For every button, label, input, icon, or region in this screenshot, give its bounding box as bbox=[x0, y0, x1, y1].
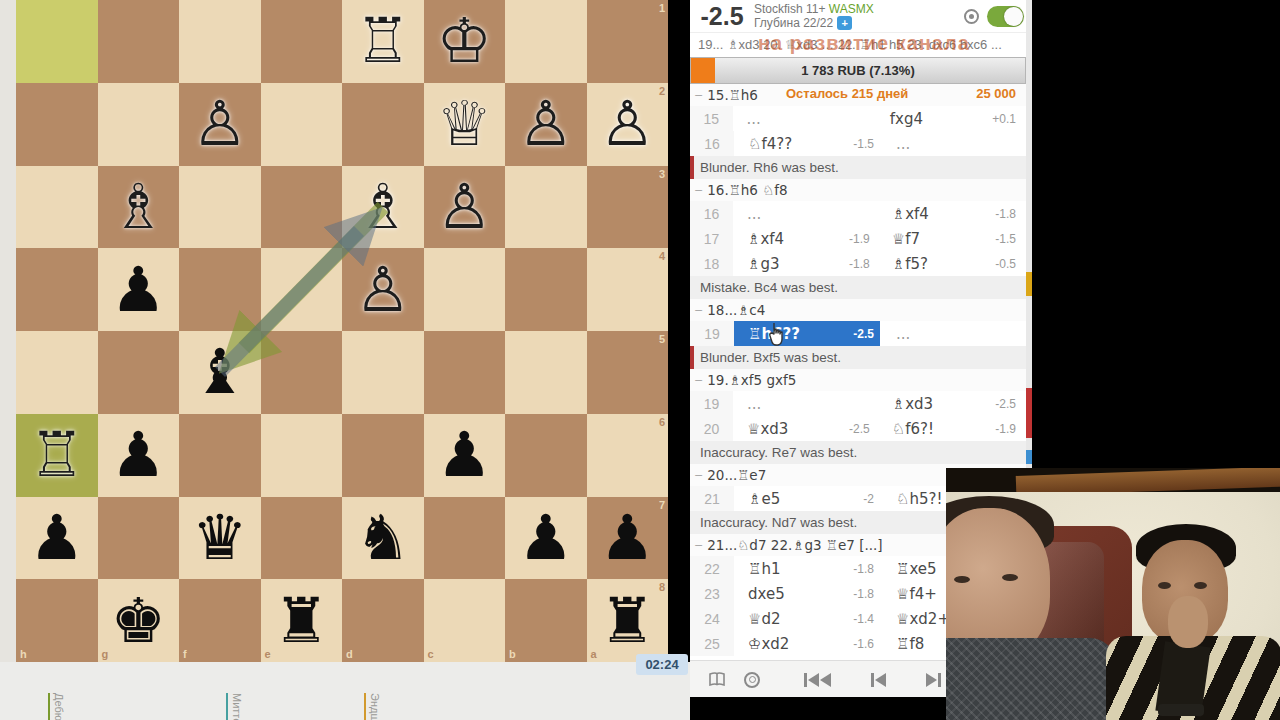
black-eval: -1.5 bbox=[995, 232, 1026, 246]
rank-label: 8 bbox=[659, 581, 665, 593]
scroll-annotation-mark bbox=[1026, 450, 1032, 464]
square-d2[interactable] bbox=[342, 83, 424, 166]
square-e4[interactable] bbox=[261, 248, 343, 331]
square-g6[interactable]: ♟ bbox=[98, 414, 180, 497]
square-b6[interactable] bbox=[505, 414, 587, 497]
engine-toggle-switch[interactable] bbox=[987, 6, 1024, 27]
donation-remaining: Осталось 215 дней bbox=[786, 86, 908, 101]
phase-label-endgame[interactable]: Эндшпиль bbox=[364, 693, 381, 720]
person-left-shirt bbox=[946, 638, 1116, 720]
move-row: 20♕xd3-2.5♘f6?!-1.9 bbox=[690, 416, 1026, 441]
square-b5[interactable] bbox=[505, 331, 587, 414]
square-e3[interactable] bbox=[261, 166, 343, 249]
square-g5[interactable] bbox=[98, 331, 180, 414]
white-eval: -2.5 bbox=[832, 327, 880, 341]
engine-meta: Stockfish 11+ WASMX Глубина 22/22 + bbox=[754, 2, 964, 30]
move-number: 18 bbox=[690, 251, 733, 276]
square-c6[interactable]: ♟ bbox=[424, 414, 506, 497]
white-piece: ♗ bbox=[98, 166, 180, 249]
phase-label-opening[interactable]: Дебют bbox=[48, 693, 65, 720]
square-d3[interactable]: ♗ bbox=[342, 166, 424, 249]
black-move[interactable]: ♗xf4 bbox=[876, 205, 996, 223]
square-f4[interactable] bbox=[179, 248, 261, 331]
square-d7[interactable]: ♞ bbox=[342, 497, 424, 580]
square-e8[interactable]: ♜e bbox=[261, 579, 343, 662]
scroll-annotation-mark bbox=[1026, 388, 1032, 438]
rank-label: 2 bbox=[659, 85, 665, 97]
file-label: c bbox=[428, 648, 434, 660]
square-b3[interactable] bbox=[505, 166, 587, 249]
white-piece: ♙ bbox=[505, 83, 587, 166]
channel-overlay-text: на развитие канала bbox=[758, 32, 970, 55]
square-a2[interactable]: ♙2 bbox=[587, 83, 669, 166]
square-h6[interactable]: ♖ bbox=[16, 414, 98, 497]
white-move[interactable]: ♗xf4 bbox=[733, 230, 828, 248]
black-piece: ♜ bbox=[587, 579, 669, 662]
square-g7[interactable] bbox=[98, 497, 180, 580]
black-eval: -2.5 bbox=[995, 397, 1026, 411]
square-a3[interactable]: 3 bbox=[587, 166, 669, 249]
square-b7[interactable]: ♟ bbox=[505, 497, 587, 580]
square-d4[interactable]: ♙ bbox=[342, 248, 424, 331]
judgment-comment-blunder: Blunder. Rh6 was best. bbox=[690, 156, 1026, 179]
black-eval: -1.9 bbox=[995, 422, 1026, 436]
black-piece: ♟ bbox=[424, 414, 506, 497]
move-number: 17 bbox=[690, 226, 733, 251]
black-piece: ♟ bbox=[16, 497, 98, 580]
square-c8[interactable]: c bbox=[424, 579, 506, 662]
black-eval: -0.5 bbox=[995, 257, 1026, 271]
white-move-cell[interactable]: ♕xd3-2.5 bbox=[733, 416, 876, 441]
square-b4[interactable] bbox=[505, 248, 587, 331]
white-eval: -1.6 bbox=[832, 637, 880, 651]
focus-target-icon[interactable] bbox=[964, 9, 979, 24]
square-f8[interactable]: f bbox=[179, 579, 261, 662]
square-c2[interactable]: ♕ bbox=[424, 83, 506, 166]
move-row: 16...♗xf4-1.8 bbox=[690, 201, 1026, 226]
file-label: h bbox=[20, 648, 27, 660]
next-move-button[interactable] bbox=[926, 673, 941, 687]
judgment-comment-mistake: Mistake. Bc4 was best. bbox=[690, 276, 1026, 299]
white-move[interactable]: ... bbox=[733, 205, 828, 223]
scroll-annotation-mark bbox=[1026, 272, 1032, 296]
white-move-cell[interactable]: ♕d2-1.4 bbox=[734, 606, 880, 631]
file-label: a bbox=[591, 648, 597, 660]
square-g1[interactable] bbox=[98, 0, 180, 83]
move-number: 19 bbox=[690, 321, 734, 346]
practice-target-icon[interactable] bbox=[744, 672, 760, 688]
square-d6[interactable] bbox=[342, 414, 424, 497]
move-number: 24 bbox=[690, 606, 734, 631]
rank-label: 6 bbox=[659, 416, 665, 428]
square-c3[interactable]: ♙ bbox=[424, 166, 506, 249]
previous-move-button[interactable] bbox=[871, 673, 886, 687]
engine-header: -2.5 Stockfish 11+ WASMX Глубина 22/22 + bbox=[690, 0, 1032, 33]
black-eval: -1.8 bbox=[995, 207, 1026, 221]
rank-label: 1 bbox=[659, 2, 665, 14]
white-eval: -1.9 bbox=[828, 232, 876, 246]
variation-line[interactable]: −16.♖h6 ♘f8 bbox=[690, 179, 1026, 201]
square-a1[interactable]: 1 bbox=[587, 0, 669, 83]
judgment-comment-blunder: Blunder. Bxf5 was best. bbox=[690, 346, 1026, 369]
square-b8[interactable]: b bbox=[505, 579, 587, 662]
file-label: g bbox=[102, 648, 109, 660]
rank-label: 7 bbox=[659, 499, 665, 511]
person-right-hand bbox=[1168, 596, 1208, 648]
move-number: 22 bbox=[690, 556, 734, 581]
white-move[interactable]: ♖h1 bbox=[734, 560, 832, 578]
white-eval: -1.8 bbox=[828, 257, 876, 271]
left-margin-strip bbox=[0, 0, 16, 662]
square-d8[interactable]: d bbox=[342, 579, 424, 662]
white-eval: -1.8 bbox=[832, 562, 880, 576]
engine-eval: -2.5 bbox=[690, 2, 754, 31]
white-piece: ♙ bbox=[424, 166, 506, 249]
file-label: f bbox=[183, 648, 187, 660]
white-move[interactable]: ♕d2 bbox=[734, 610, 832, 628]
screenshot-stage: ♖♔1♙♕♙♙2♗♗♙3♟♙4♝5♖♟♟6♟♛♞♟♟7h♚gf♜edcb♜a8 … bbox=[0, 0, 1280, 720]
white-eval: -2.5 bbox=[828, 422, 876, 436]
white-move[interactable]: ♗e5 bbox=[734, 490, 832, 508]
white-piece: ♙ bbox=[179, 83, 261, 166]
move-number: 15 bbox=[690, 106, 733, 131]
square-g8[interactable]: ♚g bbox=[98, 579, 180, 662]
black-piece: ♝ bbox=[179, 331, 261, 414]
move-number: 21 bbox=[690, 486, 734, 511]
donation-progressbar: 1 783 RUB (7.13%) bbox=[690, 57, 1026, 84]
judgment-comment-inaccuracy: Inaccuracy. Re7 was best. bbox=[690, 441, 1026, 464]
square-a6[interactable]: 6 bbox=[587, 414, 669, 497]
square-h4[interactable] bbox=[16, 248, 98, 331]
white-piece: ♔ bbox=[424, 0, 506, 83]
black-piece: ♟ bbox=[98, 414, 180, 497]
white-move-cell[interactable]: ♗g3-1.8 bbox=[733, 251, 876, 276]
white-piece: ♖ bbox=[342, 0, 424, 83]
donation-goal: 25 000 bbox=[976, 86, 1016, 101]
square-h7[interactable]: ♟ bbox=[16, 497, 98, 580]
black-move[interactable]: ♕f7 bbox=[876, 230, 996, 248]
black-move[interactable]: ♗xd3 bbox=[876, 395, 996, 413]
black-eval: +0.1 bbox=[992, 112, 1026, 126]
move-number: 20 bbox=[690, 416, 733, 441]
square-c4[interactable] bbox=[424, 248, 506, 331]
white-move-cell[interactable]: ♖h1-1.8 bbox=[734, 556, 880, 581]
engine-depth: Глубина 22/22 bbox=[754, 16, 833, 30]
opening-book-icon[interactable] bbox=[708, 672, 726, 688]
square-e5[interactable] bbox=[261, 331, 343, 414]
phase-label-middlegame[interactable]: Миттельшпиль bbox=[226, 693, 243, 720]
square-h8[interactable]: h bbox=[16, 579, 98, 662]
rank-label: 4 bbox=[659, 250, 665, 262]
move-clock: 02:24 bbox=[636, 654, 688, 675]
black-move[interactable]: ... bbox=[880, 135, 1002, 153]
white-move-cell[interactable]: ♘f4??-1.5 bbox=[734, 131, 880, 156]
move-row: 19...♗xd3-2.5 bbox=[690, 391, 1026, 416]
square-c5[interactable] bbox=[424, 331, 506, 414]
white-piece: ♙ bbox=[587, 83, 669, 166]
square-d5[interactable] bbox=[342, 331, 424, 414]
square-f7[interactable]: ♛ bbox=[179, 497, 261, 580]
white-move-cell[interactable]: dxe5-1.8 bbox=[734, 581, 880, 606]
rank-label: 3 bbox=[659, 168, 665, 180]
square-f2[interactable]: ♙ bbox=[179, 83, 261, 166]
square-g2[interactable] bbox=[98, 83, 180, 166]
black-move[interactable]: ♘f6?! bbox=[876, 420, 996, 438]
black-piece: ♟ bbox=[98, 248, 180, 331]
square-c7[interactable] bbox=[424, 497, 506, 580]
variation-line[interactable]: −18...♗c4 bbox=[690, 299, 1026, 321]
black-piece: ♚ bbox=[98, 579, 180, 662]
move-row: 18♗g3-1.8♗f5?-0.5 bbox=[690, 251, 1026, 276]
square-f6[interactable] bbox=[179, 414, 261, 497]
square-b1[interactable] bbox=[505, 0, 587, 83]
move-number: 23 bbox=[690, 581, 734, 606]
donation-widget[interactable]: 1 783 RUB (7.13%) Осталось 215 дней 25 0… bbox=[690, 57, 1026, 105]
black-piece: ♞ bbox=[342, 497, 424, 580]
under-board-area bbox=[0, 662, 690, 720]
black-piece: ♟ bbox=[587, 497, 669, 580]
white-move[interactable]: ... bbox=[733, 395, 828, 413]
square-g3[interactable]: ♗ bbox=[98, 166, 180, 249]
white-move-cell[interactable]: ... bbox=[733, 106, 874, 131]
white-move-cell[interactable]: ♗xf4-1.9 bbox=[733, 226, 876, 251]
donation-progress-label: 1 783 RUB (7.13%) bbox=[691, 58, 1025, 83]
white-piece: ♗ bbox=[342, 166, 424, 249]
move-number: 25 bbox=[690, 631, 734, 656]
move-number: 16 bbox=[690, 201, 733, 226]
white-move-cell[interactable]: ... bbox=[733, 201, 876, 226]
file-label: d bbox=[346, 648, 353, 660]
move-row: 17♗xf4-1.9♕f7-1.5 bbox=[690, 226, 1026, 251]
square-f1[interactable] bbox=[179, 0, 261, 83]
white-piece: ♕ bbox=[424, 83, 506, 166]
white-piece: ♖ bbox=[16, 414, 98, 497]
square-h1[interactable] bbox=[16, 0, 98, 83]
white-eval: -1.8 bbox=[832, 587, 880, 601]
white-move[interactable]: ♗g3 bbox=[733, 255, 828, 273]
square-a4[interactable]: 4 bbox=[587, 248, 669, 331]
square-f3[interactable] bbox=[179, 166, 261, 249]
square-d1[interactable]: ♖ bbox=[342, 0, 424, 83]
file-label: e bbox=[265, 648, 271, 660]
donation-subline: Осталось 215 дней 25 000 bbox=[690, 84, 1026, 105]
white-eval: -1.4 bbox=[832, 612, 880, 626]
white-move-cell[interactable]: ... bbox=[733, 391, 876, 416]
white-piece: ♙ bbox=[342, 248, 424, 331]
square-c1[interactable]: ♔ bbox=[424, 0, 506, 83]
square-e2[interactable] bbox=[261, 83, 343, 166]
white-move[interactable]: ♕xd3 bbox=[733, 420, 828, 438]
move-row: 16♘f4??-1.5... bbox=[690, 131, 1026, 156]
engine-tag: WASMX bbox=[829, 2, 874, 16]
white-move[interactable]: ♘f4?? bbox=[734, 135, 832, 153]
black-piece: ♜ bbox=[261, 579, 343, 662]
black-move[interactable]: fxg4 bbox=[874, 110, 993, 128]
square-h5[interactable] bbox=[16, 331, 98, 414]
first-move-button[interactable] bbox=[804, 673, 831, 687]
square-a8[interactable]: ♜a8 bbox=[587, 579, 669, 662]
black-move[interactable]: ... bbox=[880, 325, 1002, 343]
square-e1[interactable] bbox=[261, 0, 343, 83]
black-move[interactable]: ♗f5? bbox=[876, 255, 996, 273]
black-piece: ♟ bbox=[505, 497, 587, 580]
person-right-watch bbox=[1158, 704, 1204, 716]
variation-line[interactable]: −19.♗xf5 gxf5 bbox=[690, 369, 1026, 391]
white-eval: -1.5 bbox=[832, 137, 880, 151]
move-row: 19♖h6??-2.5... bbox=[690, 321, 1026, 346]
depth-plus-badge[interactable]: + bbox=[837, 16, 852, 30]
webcam-frame bbox=[946, 468, 1280, 720]
black-piece: ♛ bbox=[179, 497, 261, 580]
square-h2[interactable] bbox=[16, 83, 98, 166]
file-label: b bbox=[509, 648, 516, 660]
square-h3[interactable] bbox=[16, 166, 98, 249]
white-move[interactable]: ♔xd2 bbox=[734, 635, 832, 653]
square-g4[interactable]: ♟ bbox=[98, 248, 180, 331]
square-b2[interactable]: ♙ bbox=[505, 83, 587, 166]
move-row: 15...fxg4+0.1 bbox=[690, 106, 1026, 131]
engine-name: Stockfish 11+ bbox=[754, 2, 825, 16]
move-number: 16 bbox=[690, 131, 734, 156]
white-move-cell[interactable]: ♔xd2-1.6 bbox=[734, 631, 880, 656]
chess-board[interactable]: ♖♔1♙♕♙♙2♗♗♙3♟♙4♝5♖♟♟6♟♛♞♟♟7h♚gf♜edcb♜a8 bbox=[16, 0, 668, 662]
white-move[interactable]: dxe5 bbox=[734, 585, 832, 603]
square-a7[interactable]: ♟7 bbox=[587, 497, 669, 580]
square-a5[interactable]: 5 bbox=[587, 331, 669, 414]
square-e7[interactable] bbox=[261, 497, 343, 580]
rank-label: 5 bbox=[659, 333, 665, 345]
square-e6[interactable] bbox=[261, 414, 343, 497]
white-eval: -2 bbox=[832, 492, 880, 506]
move-number: 19 bbox=[690, 391, 733, 416]
white-move-cell[interactable]: ♗e5-2 bbox=[734, 486, 880, 511]
white-move-cell[interactable]: ♖h6??-2.5 bbox=[734, 321, 880, 346]
white-move[interactable]: ... bbox=[733, 110, 826, 128]
square-f5[interactable]: ♝ bbox=[179, 331, 261, 414]
white-move[interactable]: ♖h6?? bbox=[734, 325, 832, 343]
